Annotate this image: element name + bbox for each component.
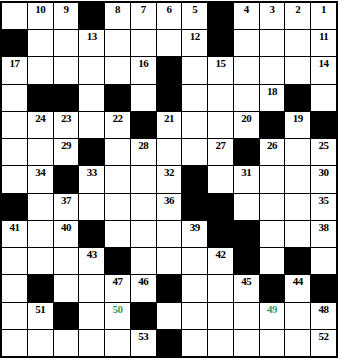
black-cell-r7c8 [182,166,207,192]
white-cell-r6c11[interactable]: 26 [260,139,285,165]
black-cell-r9c10 [234,221,259,247]
white-cell-r13c3[interactable] [54,330,79,356]
clue-number-20: 20 [234,112,259,124]
white-cell-r13c6[interactable]: 53 [131,330,156,356]
white-cell-r11c4[interactable] [79,275,104,301]
black-cell-r6c4 [79,139,104,165]
white-cell-r10c4[interactable]: 43 [79,248,104,274]
white-cell-r7c9[interactable] [208,166,233,192]
white-cell-r9c7[interactable] [157,221,182,247]
clue-number-23: 23 [54,112,79,124]
white-cell-r5c9[interactable] [208,112,233,138]
white-cell-r6c9[interactable]: 27 [208,139,233,165]
black-cell-r2c1 [2,30,27,56]
white-cell-r7c13[interactable]: 30 [311,166,336,192]
clue-number-44: 44 [285,275,310,287]
white-cell-r7c12[interactable] [285,166,310,192]
black-cell-r4c2 [28,85,53,111]
clue-number-21: 21 [157,112,182,124]
white-cell-r5c5[interactable]: 22 [105,112,130,138]
white-cell-r2c2[interactable] [28,30,53,56]
black-cell-r8c9 [208,194,233,220]
clue-number-40: 40 [54,221,79,233]
white-cell-r2c11[interactable] [260,30,285,56]
white-cell-r5c12[interactable]: 19 [285,112,310,138]
white-cell-r11c9[interactable] [208,275,233,301]
white-cell-r7c7[interactable]: 32 [157,166,182,192]
white-cell-r4c13[interactable] [311,85,336,111]
white-cell-r4c11[interactable]: 18 [260,85,285,111]
white-cell-r10c7[interactable] [157,248,182,274]
white-cell-r1c12[interactable]: 2 [285,3,310,29]
white-cell-r8c6[interactable] [131,194,156,220]
black-cell-r1c9 [208,3,233,29]
white-cell-r13c2[interactable] [28,330,53,356]
white-cell-r3c12[interactable] [285,57,310,83]
clue-number-12: 12 [182,30,207,42]
clue-number-43: 43 [79,248,104,260]
black-cell-r4c3 [54,85,79,111]
white-cell-r6c7[interactable] [157,139,182,165]
black-cell-r8c8 [182,194,207,220]
white-cell-r1c7[interactable]: 6 [157,3,182,29]
white-cell-r8c4[interactable] [79,194,104,220]
white-cell-r8c11[interactable] [260,194,285,220]
clue-number-46: 46 [131,275,156,287]
white-cell-r6c5[interactable] [105,139,130,165]
black-cell-r10c5 [105,248,130,274]
white-cell-r6c1[interactable] [2,139,27,165]
white-cell-r2c5[interactable] [105,30,130,56]
clue-number-39: 39 [182,221,207,233]
white-cell-r8c3[interactable]: 37 [54,194,79,220]
white-cell-r6c8[interactable] [182,139,207,165]
clue-number-11: 11 [311,30,336,42]
clue-number-1: 1 [311,3,336,15]
white-cell-r9c11[interactable] [260,221,285,247]
white-cell-r12c9[interactable] [208,303,233,329]
black-cell-r6c10 [234,139,259,165]
white-cell-r9c5[interactable] [105,221,130,247]
white-cell-r3c5[interactable] [105,57,130,83]
white-cell-r5c4[interactable] [79,112,104,138]
white-cell-r1c8[interactable]: 5 [182,3,207,29]
clue-number-47: 47 [105,275,130,287]
white-cell-r12c2[interactable]: 51 [28,303,53,329]
white-cell-r2c13[interactable]: 11 [311,30,336,56]
white-cell-r3c6[interactable]: 16 [131,57,156,83]
clue-number-36: 36 [157,194,182,206]
white-cell-r11c10[interactable]: 45 [234,275,259,301]
white-cell-r1c10[interactable]: 4 [234,3,259,29]
black-cell-r4c12 [285,85,310,111]
white-cell-r7c5[interactable] [105,166,130,192]
clue-number-26: 26 [260,139,285,151]
clue-number-33: 33 [79,166,104,178]
white-cell-r7c6[interactable] [131,166,156,192]
white-cell-r8c10[interactable] [234,194,259,220]
white-cell-r2c10[interactable] [234,30,259,56]
white-cell-r9c12[interactable] [285,221,310,247]
clue-number-18: 18 [260,85,285,97]
black-cell-r13c7 [157,330,182,356]
white-cell-r11c5[interactable]: 47 [105,275,130,301]
white-cell-r9c1[interactable]: 41 [2,221,27,247]
clue-number-31: 31 [234,166,259,178]
clue-number-45: 45 [234,275,259,287]
white-cell-r6c6[interactable]: 28 [131,139,156,165]
white-cell-r10c13[interactable] [311,248,336,274]
white-cell-r2c4[interactable]: 13 [79,30,104,56]
clue-number-13: 13 [79,30,104,42]
black-cell-r7c3 [54,166,79,192]
white-cell-r10c2[interactable] [28,248,53,274]
black-cell-r5c11 [260,112,285,138]
black-cell-r3c7 [157,57,182,83]
clue-number-29: 29 [54,139,79,151]
clue-number-7: 7 [131,3,156,15]
white-cell-r13c11[interactable] [260,330,285,356]
white-cell-r8c12[interactable] [285,194,310,220]
black-cell-r9c9 [208,221,233,247]
clue-number-19: 19 [285,112,310,124]
clue-number-24: 24 [28,112,53,124]
clue-number-15: 15 [208,57,233,69]
white-cell-r9c13[interactable]: 38 [311,221,336,247]
white-cell-r12c10[interactable] [234,303,259,329]
white-cell-r10c3[interactable] [54,248,79,274]
clue-number-10: 10 [28,3,53,15]
white-cell-r12c1[interactable] [2,303,27,329]
black-cell-r8c1 [2,194,27,220]
white-cell-r7c10[interactable]: 31 [234,166,259,192]
white-cell-r5c8[interactable] [182,112,207,138]
white-cell-r12c5[interactable]: 50 [105,303,130,329]
white-cell-r1c5[interactable]: 8 [105,3,130,29]
clue-number-9: 9 [54,3,79,15]
white-cell-r10c6[interactable] [131,248,156,274]
white-cell-r3c4[interactable] [79,57,104,83]
white-cell-r2c3[interactable] [54,30,79,56]
white-cell-r7c1[interactable] [2,166,27,192]
white-cell-r5c1[interactable] [2,112,27,138]
white-cell-r13c1[interactable] [2,330,27,356]
white-cell-r11c3[interactable] [54,275,79,301]
white-cell-r13c8[interactable] [182,330,207,356]
black-cell-r5c13 [311,112,336,138]
black-cell-r5c6 [131,112,156,138]
white-cell-r3c13[interactable]: 14 [311,57,336,83]
white-cell-r5c2[interactable]: 24 [28,112,53,138]
white-cell-r11c1[interactable] [2,275,27,301]
white-cell-r2c6[interactable] [131,30,156,56]
clue-number-22: 22 [105,112,130,124]
white-cell-r3c8[interactable] [182,57,207,83]
clue-number-16: 16 [131,57,156,69]
white-cell-r4c6[interactable] [131,85,156,111]
white-cell-r4c10[interactable] [234,85,259,111]
black-cell-r4c5 [105,85,130,111]
clue-number-6: 6 [157,3,182,15]
white-cell-r10c1[interactable] [2,248,27,274]
white-cell-r1c2[interactable]: 10 [28,3,53,29]
clue-number-48: 48 [311,303,336,315]
clue-number-51: 51 [28,303,53,315]
white-cell-r6c13[interactable]: 25 [311,139,336,165]
white-cell-r3c1[interactable]: 17 [2,57,27,83]
white-cell-r3c9[interactable]: 15 [208,57,233,83]
clue-number-30: 30 [311,166,336,178]
black-cell-r12c3 [54,303,79,329]
black-cell-r12c6 [131,303,156,329]
white-cell-r5c3[interactable]: 23 [54,112,79,138]
clue-number-42: 42 [208,248,233,260]
white-cell-r12c11[interactable]: 49 [260,303,285,329]
white-cell-r12c4[interactable] [79,303,104,329]
white-cell-r1c6[interactable]: 7 [131,3,156,29]
white-cell-r7c4[interactable]: 33 [79,166,104,192]
black-cell-r1c4 [79,3,104,29]
white-cell-r12c7[interactable] [157,303,182,329]
black-cell-r10c12 [285,248,310,274]
white-cell-r3c10[interactable] [234,57,259,83]
white-cell-r2c12[interactable] [285,30,310,56]
white-cell-r12c12[interactable] [285,303,310,329]
white-cell-r2c8[interactable]: 12 [182,30,207,56]
white-cell-r3c3[interactable] [54,57,79,83]
black-cell-r11c2 [28,275,53,301]
clue-number-2: 2 [285,3,310,15]
white-cell-r11c6[interactable]: 46 [131,275,156,301]
white-cell-r5c7[interactable]: 21 [157,112,182,138]
white-cell-r7c2[interactable]: 34 [28,166,53,192]
crossword-grid: 1098765432113121117161514182423222120192… [0,1,338,358]
clue-number-17: 17 [2,57,27,69]
white-cell-r10c8[interactable] [182,248,207,274]
white-cell-r12c8[interactable] [182,303,207,329]
white-cell-r12c13[interactable]: 48 [311,303,336,329]
clue-number-14: 14 [311,57,336,69]
white-cell-r1c1[interactable] [2,3,27,29]
white-cell-r4c4[interactable] [79,85,104,111]
white-cell-r8c5[interactable] [105,194,130,220]
clue-number-4: 4 [234,3,259,15]
white-cell-r4c1[interactable] [2,85,27,111]
clue-number-53: 53 [131,330,156,342]
white-cell-r13c13[interactable]: 52 [311,330,336,356]
white-cell-r11c8[interactable] [182,275,207,301]
white-cell-r3c11[interactable] [260,57,285,83]
white-cell-r9c2[interactable] [28,221,53,247]
white-cell-r1c13[interactable]: 1 [311,3,336,29]
black-cell-r4c7 [157,85,182,111]
black-cell-r2c9 [208,30,233,56]
clue-number-38: 38 [311,221,336,233]
clue-number-52: 52 [311,330,336,342]
clue-number-34: 34 [28,166,53,178]
clue-number-8: 8 [105,3,130,15]
white-cell-r3c2[interactable] [28,57,53,83]
white-cell-r8c2[interactable] [28,194,53,220]
clue-number-35: 35 [311,194,336,206]
clue-number-28: 28 [131,139,156,151]
white-cell-r4c8[interactable] [182,85,207,111]
white-cell-r10c9[interactable]: 42 [208,248,233,274]
white-cell-r9c6[interactable] [131,221,156,247]
black-cell-r10c10 [234,248,259,274]
white-cell-r8c7[interactable]: 36 [157,194,182,220]
white-cell-r6c12[interactable] [285,139,310,165]
black-cell-r11c13 [311,275,336,301]
white-cell-r1c11[interactable]: 3 [260,3,285,29]
white-cell-r1c3[interactable]: 9 [54,3,79,29]
clue-number-3: 3 [260,3,285,15]
white-cell-r13c4[interactable] [79,330,104,356]
white-cell-r7c11[interactable] [260,166,285,192]
black-cell-r11c11 [260,275,285,301]
white-cell-r4c9[interactable] [208,85,233,111]
white-cell-r6c3[interactable]: 29 [54,139,79,165]
clue-number-27: 27 [208,139,233,151]
white-cell-r13c9[interactable] [208,330,233,356]
clue-number-5: 5 [182,3,207,15]
white-cell-r13c10[interactable] [234,330,259,356]
white-cell-r11c12[interactable]: 44 [285,275,310,301]
clue-number-25: 25 [311,139,336,151]
clue-number-37: 37 [54,194,79,206]
clue-number-32: 32 [157,166,182,178]
clue-number-41: 41 [2,221,27,233]
white-cell-r8c13[interactable]: 35 [311,194,336,220]
clue-number-49: 49 [260,303,285,315]
black-cell-r11c7 [157,275,182,301]
white-cell-r13c5[interactable] [105,330,130,356]
black-cell-r9c4 [79,221,104,247]
white-cell-r5c10[interactable]: 20 [234,112,259,138]
white-cell-r13c12[interactable] [285,330,310,356]
white-cell-r10c11[interactable] [260,248,285,274]
white-cell-r9c8[interactable]: 39 [182,221,207,247]
white-cell-r2c7[interactable] [157,30,182,56]
white-cell-r6c2[interactable] [28,139,53,165]
white-cell-r9c3[interactable]: 40 [54,221,79,247]
clue-number-50: 50 [105,303,130,315]
